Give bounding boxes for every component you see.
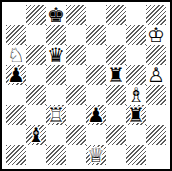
square-g7[interactable] <box>126 25 146 45</box>
square-g4[interactable]: ♝♗ <box>126 85 146 105</box>
square-h6[interactable] <box>146 45 166 65</box>
square-a7[interactable] <box>6 25 26 45</box>
square-h5[interactable]: ♟♙ <box>146 65 166 85</box>
white-bishop-icon: ♗ <box>126 85 146 105</box>
square-h3[interactable] <box>146 105 166 125</box>
white-queen-fill-icon: ♛ <box>86 145 106 165</box>
square-g3[interactable]: ♜ <box>126 105 146 125</box>
square-g2[interactable] <box>126 125 146 145</box>
white-king-icon: ♔ <box>146 25 166 45</box>
square-d5[interactable] <box>66 65 86 85</box>
square-g6[interactable] <box>126 45 146 65</box>
square-d4[interactable] <box>66 85 86 105</box>
chess-board-frame: ♚♚♔♞♘♛♟♜♟♙♝♗♜♖♟♜♝♛♕ <box>0 0 172 171</box>
black-bishop-icon: ♝ <box>26 125 46 145</box>
square-b7[interactable] <box>26 25 46 45</box>
piece-white-pawn-h5[interactable]: ♟♙ <box>146 65 166 85</box>
square-c3[interactable]: ♜♖ <box>46 105 66 125</box>
square-b2[interactable]: ♝ <box>26 125 46 145</box>
piece-black-pawn-e3[interactable]: ♟ <box>86 105 106 125</box>
piece-black-bishop-b2[interactable]: ♝ <box>26 125 46 145</box>
square-c7[interactable] <box>46 25 66 45</box>
square-e1[interactable]: ♛♕ <box>86 145 106 165</box>
square-c5[interactable] <box>46 65 66 85</box>
piece-white-knight-a6[interactable]: ♞♘ <box>6 45 26 65</box>
square-f7[interactable] <box>106 25 126 45</box>
black-rook-icon: ♜ <box>126 105 146 125</box>
white-king-fill-icon: ♚ <box>146 25 166 45</box>
square-c8[interactable]: ♚ <box>46 5 66 25</box>
square-e8[interactable] <box>86 5 106 25</box>
white-knight-fill-icon: ♞ <box>6 45 26 65</box>
square-d6[interactable] <box>66 45 86 65</box>
piece-white-rook-c3[interactable]: ♜♖ <box>46 105 66 125</box>
square-a8[interactable] <box>6 5 26 25</box>
square-c4[interactable] <box>46 85 66 105</box>
square-f1[interactable] <box>106 145 126 165</box>
black-king-icon: ♚ <box>46 5 66 25</box>
square-d8[interactable] <box>66 5 86 25</box>
white-pawn-icon: ♙ <box>146 65 166 85</box>
square-a4[interactable] <box>6 85 26 105</box>
black-pawn-icon: ♟ <box>6 65 26 85</box>
white-pawn-fill-icon: ♟ <box>146 65 166 85</box>
chess-board[interactable]: ♚♚♔♞♘♛♟♜♟♙♝♗♜♖♟♜♝♛♕ <box>6 5 166 165</box>
square-g8[interactable] <box>126 5 146 25</box>
white-knight-icon: ♘ <box>6 45 26 65</box>
piece-white-queen-e1[interactable]: ♛♕ <box>86 145 106 165</box>
square-h8[interactable] <box>146 5 166 25</box>
square-b5[interactable] <box>26 65 46 85</box>
square-f2[interactable] <box>106 125 126 145</box>
white-queen-icon: ♕ <box>86 145 106 165</box>
square-b8[interactable] <box>26 5 46 25</box>
white-rook-icon: ♖ <box>46 105 66 125</box>
square-f6[interactable] <box>106 45 126 65</box>
square-e2[interactable] <box>86 125 106 145</box>
square-e4[interactable] <box>86 85 106 105</box>
square-c1[interactable] <box>46 145 66 165</box>
square-d2[interactable] <box>66 125 86 145</box>
piece-black-pawn-a5[interactable]: ♟ <box>6 65 26 85</box>
black-pawn-icon: ♟ <box>86 105 106 125</box>
piece-white-bishop-g4[interactable]: ♝♗ <box>126 85 146 105</box>
square-h1[interactable] <box>146 145 166 165</box>
square-h4[interactable] <box>146 85 166 105</box>
square-f8[interactable] <box>106 5 126 25</box>
white-rook-fill-icon: ♜ <box>46 105 66 125</box>
square-d7[interactable] <box>66 25 86 45</box>
square-c2[interactable] <box>46 125 66 145</box>
square-b1[interactable] <box>26 145 46 165</box>
piece-black-queen-c6[interactable]: ♛ <box>46 45 66 65</box>
square-a6[interactable]: ♞♘ <box>6 45 26 65</box>
square-c6[interactable]: ♛ <box>46 45 66 65</box>
square-d1[interactable] <box>66 145 86 165</box>
square-a1[interactable] <box>6 145 26 165</box>
square-d3[interactable] <box>66 105 86 125</box>
piece-white-king-h7[interactable]: ♚♔ <box>146 25 166 45</box>
black-queen-icon: ♛ <box>46 45 66 65</box>
piece-black-rook-g3[interactable]: ♜ <box>126 105 146 125</box>
square-b4[interactable] <box>26 85 46 105</box>
square-e7[interactable] <box>86 25 106 45</box>
square-e3[interactable]: ♟ <box>86 105 106 125</box>
square-g5[interactable] <box>126 65 146 85</box>
piece-black-rook-f5[interactable]: ♜ <box>106 65 126 85</box>
square-e5[interactable] <box>86 65 106 85</box>
square-f5[interactable]: ♜ <box>106 65 126 85</box>
square-f3[interactable] <box>106 105 126 125</box>
piece-black-king-c8[interactable]: ♚ <box>46 5 66 25</box>
square-e6[interactable] <box>86 45 106 65</box>
square-g1[interactable] <box>126 145 146 165</box>
black-rook-icon: ♜ <box>106 65 126 85</box>
square-h2[interactable] <box>146 125 166 145</box>
white-bishop-fill-icon: ♝ <box>126 85 146 105</box>
square-b6[interactable] <box>26 45 46 65</box>
square-a5[interactable]: ♟ <box>6 65 26 85</box>
square-f4[interactable] <box>106 85 126 105</box>
square-a3[interactable] <box>6 105 26 125</box>
square-b3[interactable] <box>26 105 46 125</box>
square-a2[interactable] <box>6 125 26 145</box>
square-h7[interactable]: ♚♔ <box>146 25 166 45</box>
